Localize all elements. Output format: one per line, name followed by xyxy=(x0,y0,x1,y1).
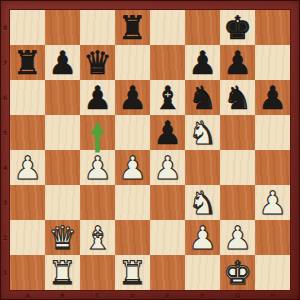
piece-black-pawn[interactable]: ♟ xyxy=(150,115,185,150)
square-d1[interactable]: ♜ xyxy=(115,255,150,290)
square-f5[interactable]: ♞ xyxy=(185,115,220,150)
piece-white-queen[interactable]: ♛ xyxy=(45,220,80,255)
square-b7[interactable]: ♟ xyxy=(45,45,80,80)
square-h1[interactable] xyxy=(255,255,290,290)
square-h7[interactable] xyxy=(255,45,290,80)
square-h4[interactable] xyxy=(255,150,290,185)
square-d4[interactable]: ♟ xyxy=(115,150,150,185)
square-b8[interactable] xyxy=(45,10,80,45)
file-label-a: A xyxy=(10,290,45,300)
square-c4[interactable]: ♟ xyxy=(80,150,115,185)
square-a7[interactable]: ♜ xyxy=(10,45,45,80)
piece-black-queen[interactable]: ♛ xyxy=(80,45,115,80)
square-f1[interactable] xyxy=(185,255,220,290)
piece-white-pawn[interactable]: ♟ xyxy=(220,220,255,255)
piece-white-bishop[interactable]: ♝ xyxy=(80,220,115,255)
piece-white-pawn[interactable]: ♟ xyxy=(10,150,45,185)
square-d3[interactable] xyxy=(115,185,150,220)
piece-black-bishop[interactable]: ♝ xyxy=(150,80,185,115)
square-a8[interactable] xyxy=(10,10,45,45)
piece-black-king[interactable]: ♚ xyxy=(220,10,255,45)
square-c7[interactable]: ♛ xyxy=(80,45,115,80)
square-c5[interactable] xyxy=(80,115,115,150)
square-f2[interactable]: ♟ xyxy=(185,220,220,255)
file-label-f: F xyxy=(185,290,220,300)
piece-white-pawn[interactable]: ♟ xyxy=(115,150,150,185)
file-label-h: H xyxy=(255,290,290,300)
square-c8[interactable] xyxy=(80,10,115,45)
piece-white-rook[interactable]: ♜ xyxy=(45,255,80,290)
square-c6[interactable]: ♟ xyxy=(80,80,115,115)
square-d5[interactable] xyxy=(115,115,150,150)
square-b2[interactable]: ♛ xyxy=(45,220,80,255)
square-g7[interactable]: ♟ xyxy=(220,45,255,80)
square-a6[interactable] xyxy=(10,80,45,115)
piece-black-rook[interactable]: ♜ xyxy=(10,45,45,80)
piece-black-pawn[interactable]: ♟ xyxy=(255,80,290,115)
square-b1[interactable]: ♜ xyxy=(45,255,80,290)
rank-label-4: 4 xyxy=(0,150,10,185)
square-f7[interactable]: ♟ xyxy=(185,45,220,80)
piece-black-rook[interactable]: ♜ xyxy=(115,10,150,45)
file-label-g: G xyxy=(220,290,255,300)
piece-black-pawn[interactable]: ♟ xyxy=(220,45,255,80)
square-b3[interactable] xyxy=(45,185,80,220)
square-b4[interactable] xyxy=(45,150,80,185)
piece-white-pawn[interactable]: ♟ xyxy=(255,185,290,220)
square-h3[interactable]: ♟ xyxy=(255,185,290,220)
rank-label-6: 6 xyxy=(0,80,10,115)
square-f4[interactable] xyxy=(185,150,220,185)
square-f6[interactable]: ♞ xyxy=(185,80,220,115)
square-g8[interactable]: ♚ xyxy=(220,10,255,45)
square-d8[interactable]: ♜ xyxy=(115,10,150,45)
square-d7[interactable] xyxy=(115,45,150,80)
square-a5[interactable] xyxy=(10,115,45,150)
piece-black-knight[interactable]: ♞ xyxy=(185,80,220,115)
square-e8[interactable] xyxy=(150,10,185,45)
file-label-e: E xyxy=(150,290,185,300)
piece-black-pawn[interactable]: ♟ xyxy=(80,80,115,115)
rank-label-7: 7 xyxy=(0,45,10,80)
square-e3[interactable] xyxy=(150,185,185,220)
square-e2[interactable] xyxy=(150,220,185,255)
square-c2[interactable]: ♝ xyxy=(80,220,115,255)
square-e7[interactable] xyxy=(150,45,185,80)
piece-white-pawn[interactable]: ♟ xyxy=(80,150,115,185)
piece-black-pawn[interactable]: ♟ xyxy=(45,45,80,80)
square-h8[interactable] xyxy=(255,10,290,45)
square-b5[interactable] xyxy=(45,115,80,150)
square-a1[interactable] xyxy=(10,255,45,290)
piece-white-knight[interactable]: ♞ xyxy=(185,115,220,150)
rank-label-2: 2 xyxy=(0,220,10,255)
square-e5[interactable]: ♟ xyxy=(150,115,185,150)
piece-black-pawn[interactable]: ♟ xyxy=(185,45,220,80)
board-grid: ♜♚♜♟♛♟♟♟♟♝♞♞♟♟♞♟♟♟♟♞♟♛♝♟♟♜♜♚ xyxy=(10,10,290,290)
rank-label-1: 1 xyxy=(0,255,10,290)
square-f8[interactable] xyxy=(185,10,220,45)
square-b6[interactable] xyxy=(45,80,80,115)
square-a3[interactable] xyxy=(10,185,45,220)
square-e6[interactable]: ♝ xyxy=(150,80,185,115)
square-d2[interactable] xyxy=(115,220,150,255)
piece-white-pawn[interactable]: ♟ xyxy=(185,220,220,255)
square-a2[interactable] xyxy=(10,220,45,255)
rank-label-5: 5 xyxy=(0,115,10,150)
square-g4[interactable] xyxy=(220,150,255,185)
square-e4[interactable]: ♟ xyxy=(150,150,185,185)
file-label-d: D xyxy=(115,290,150,300)
square-h2[interactable] xyxy=(255,220,290,255)
square-g3[interactable] xyxy=(220,185,255,220)
square-e1[interactable] xyxy=(150,255,185,290)
piece-white-knight[interactable]: ♞ xyxy=(185,185,220,220)
square-d6[interactable]: ♟ xyxy=(115,80,150,115)
square-g5[interactable] xyxy=(220,115,255,150)
square-h5[interactable] xyxy=(255,115,290,150)
square-a4[interactable]: ♟ xyxy=(10,150,45,185)
square-f3[interactable]: ♞ xyxy=(185,185,220,220)
square-g1[interactable]: ♚ xyxy=(220,255,255,290)
square-h6[interactable]: ♟ xyxy=(255,80,290,115)
piece-white-pawn[interactable]: ♟ xyxy=(150,150,185,185)
file-label-c: C xyxy=(80,290,115,300)
square-g2[interactable]: ♟ xyxy=(220,220,255,255)
piece-white-rook[interactable]: ♜ xyxy=(115,255,150,290)
rank-label-3: 3 xyxy=(0,185,10,220)
file-label-b: B xyxy=(45,290,80,300)
piece-white-king[interactable]: ♚ xyxy=(220,255,255,290)
piece-black-knight[interactable]: ♞ xyxy=(220,80,255,115)
square-c1[interactable] xyxy=(80,255,115,290)
square-c3[interactable] xyxy=(80,185,115,220)
square-g6[interactable]: ♞ xyxy=(220,80,255,115)
board-frame: ♜♚♜♟♛♟♟♟♟♝♞♞♟♟♞♟♟♟♟♞♟♛♝♟♟♜♜♚ 87654321 AB… xyxy=(0,0,300,300)
piece-black-pawn[interactable]: ♟ xyxy=(115,80,150,115)
rank-label-8: 8 xyxy=(0,10,10,45)
